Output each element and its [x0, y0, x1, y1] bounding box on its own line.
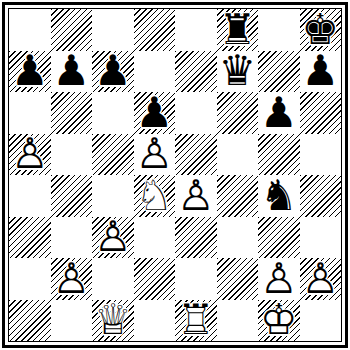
- square-c2[interactable]: [92, 258, 134, 300]
- square-a3[interactable]: [9, 217, 51, 259]
- square-c6[interactable]: [92, 92, 134, 134]
- piece-backing: ♟: [258, 92, 300, 134]
- chess-diagram: ♜♜♚♚♟♟♟♟♟♟♛♛♟♟♟♟♟♟♟♙♟♙♞♘♟♙♞♞♟♙♟♙♟♙♟♙♛♕♜♖…: [0, 0, 350, 350]
- piece-backing: ♞: [134, 175, 176, 217]
- square-f8[interactable]: ♜♜: [217, 9, 259, 51]
- piece-white-pawn: ♙: [92, 217, 134, 259]
- piece-backing: ♟: [51, 258, 93, 300]
- chess-board: ♜♜♚♚♟♟♟♟♟♟♛♛♟♟♟♟♟♟♟♙♟♙♞♘♟♙♞♞♟♙♟♙♟♙♟♙♛♕♜♖…: [9, 9, 341, 341]
- square-a2[interactable]: [9, 258, 51, 300]
- piece-white-pawn: ♙: [175, 175, 217, 217]
- piece-black-rook: ♜: [217, 9, 259, 51]
- square-e2[interactable]: [175, 258, 217, 300]
- piece-backing: ♟: [51, 51, 93, 93]
- square-f5[interactable]: [217, 134, 259, 176]
- piece-backing: ♟: [134, 92, 176, 134]
- square-e6[interactable]: [175, 92, 217, 134]
- square-e5[interactable]: [175, 134, 217, 176]
- square-a8[interactable]: [9, 9, 51, 51]
- piece-black-king: ♚: [300, 9, 342, 51]
- square-g8[interactable]: [258, 9, 300, 51]
- square-g7[interactable]: [258, 51, 300, 93]
- piece-black-pawn: ♟: [300, 51, 342, 93]
- piece-white-pawn: ♙: [51, 258, 93, 300]
- square-h2[interactable]: ♟♙: [300, 258, 342, 300]
- square-h8[interactable]: ♚♚: [300, 9, 342, 51]
- piece-backing: ♞: [258, 175, 300, 217]
- square-a6[interactable]: [9, 92, 51, 134]
- piece-backing: ♛: [92, 300, 134, 342]
- square-h6[interactable]: [300, 92, 342, 134]
- square-h3[interactable]: [300, 217, 342, 259]
- piece-backing: ♜: [175, 300, 217, 342]
- square-a5[interactable]: ♟♙: [9, 134, 51, 176]
- piece-backing: ♟: [92, 51, 134, 93]
- piece-white-king: ♔: [258, 300, 300, 342]
- square-d7[interactable]: [134, 51, 176, 93]
- square-d8[interactable]: [134, 9, 176, 51]
- square-f6[interactable]: [217, 92, 259, 134]
- square-g6[interactable]: ♟♟: [258, 92, 300, 134]
- square-c1[interactable]: ♛♕: [92, 300, 134, 342]
- square-g2[interactable]: ♟♙: [258, 258, 300, 300]
- square-h1[interactable]: [300, 300, 342, 342]
- piece-white-pawn: ♙: [9, 134, 51, 176]
- piece-black-pawn: ♟: [258, 92, 300, 134]
- piece-black-pawn: ♟: [92, 51, 134, 93]
- square-d2[interactable]: [134, 258, 176, 300]
- square-c4[interactable]: [92, 175, 134, 217]
- piece-black-pawn: ♟: [134, 92, 176, 134]
- square-h5[interactable]: [300, 134, 342, 176]
- square-d5[interactable]: ♟♙: [134, 134, 176, 176]
- square-d3[interactable]: [134, 217, 176, 259]
- square-d1[interactable]: [134, 300, 176, 342]
- square-c7[interactable]: ♟♟: [92, 51, 134, 93]
- square-f2[interactable]: [217, 258, 259, 300]
- piece-backing: ♟: [9, 134, 51, 176]
- piece-backing: ♛: [217, 51, 259, 93]
- square-b5[interactable]: [51, 134, 93, 176]
- piece-black-queen: ♛: [217, 51, 259, 93]
- board-inner-frame: ♜♜♚♚♟♟♟♟♟♟♛♛♟♟♟♟♟♟♟♙♟♙♞♘♟♙♞♞♟♙♟♙♟♙♟♙♛♕♜♖…: [8, 8, 342, 342]
- square-b7[interactable]: ♟♟: [51, 51, 93, 93]
- board-outer-frame: ♜♜♚♚♟♟♟♟♟♟♛♛♟♟♟♟♟♟♟♙♟♙♞♘♟♙♞♞♟♙♟♙♟♙♟♙♛♕♜♖…: [2, 2, 348, 348]
- piece-backing: ♜: [217, 9, 259, 51]
- piece-white-pawn: ♙: [134, 134, 176, 176]
- square-b8[interactable]: [51, 9, 93, 51]
- square-h7[interactable]: ♟♟: [300, 51, 342, 93]
- square-b2[interactable]: ♟♙: [51, 258, 93, 300]
- square-e4[interactable]: ♟♙: [175, 175, 217, 217]
- piece-white-pawn: ♙: [258, 258, 300, 300]
- square-d6[interactable]: ♟♟: [134, 92, 176, 134]
- piece-white-queen: ♕: [92, 300, 134, 342]
- piece-backing: ♟: [92, 217, 134, 259]
- square-g5[interactable]: [258, 134, 300, 176]
- square-h4[interactable]: [300, 175, 342, 217]
- piece-backing: ♚: [300, 9, 342, 51]
- square-b1[interactable]: [51, 300, 93, 342]
- piece-backing: ♟: [300, 51, 342, 93]
- piece-white-rook: ♖: [175, 300, 217, 342]
- square-g3[interactable]: [258, 217, 300, 259]
- square-e7[interactable]: [175, 51, 217, 93]
- square-b4[interactable]: [51, 175, 93, 217]
- piece-backing: ♟: [300, 258, 342, 300]
- piece-black-knight: ♞: [258, 175, 300, 217]
- square-b6[interactable]: [51, 92, 93, 134]
- square-c5[interactable]: [92, 134, 134, 176]
- square-e3[interactable]: [175, 217, 217, 259]
- square-g4[interactable]: ♞♞: [258, 175, 300, 217]
- piece-backing: ♟: [175, 175, 217, 217]
- square-f4[interactable]: [217, 175, 259, 217]
- square-a1[interactable]: [9, 300, 51, 342]
- square-b3[interactable]: [51, 217, 93, 259]
- piece-black-pawn: ♟: [9, 51, 51, 93]
- square-f7[interactable]: ♛♛: [217, 51, 259, 93]
- piece-backing: ♚: [258, 300, 300, 342]
- square-g1[interactable]: ♚♔: [258, 300, 300, 342]
- piece-backing: ♟: [134, 134, 176, 176]
- square-f3[interactable]: [217, 217, 259, 259]
- square-d4[interactable]: ♞♘: [134, 175, 176, 217]
- square-e8[interactable]: [175, 9, 217, 51]
- square-c3[interactable]: ♟♙: [92, 217, 134, 259]
- piece-white-knight: ♘: [134, 175, 176, 217]
- piece-backing: ♟: [9, 51, 51, 93]
- piece-black-pawn: ♟: [51, 51, 93, 93]
- piece-backing: ♟: [258, 258, 300, 300]
- square-a7[interactable]: ♟♟: [9, 51, 51, 93]
- square-e1[interactable]: ♜♖: [175, 300, 217, 342]
- square-c8[interactable]: [92, 9, 134, 51]
- square-a4[interactable]: [9, 175, 51, 217]
- piece-white-pawn: ♙: [300, 258, 342, 300]
- square-f1[interactable]: [217, 300, 259, 342]
